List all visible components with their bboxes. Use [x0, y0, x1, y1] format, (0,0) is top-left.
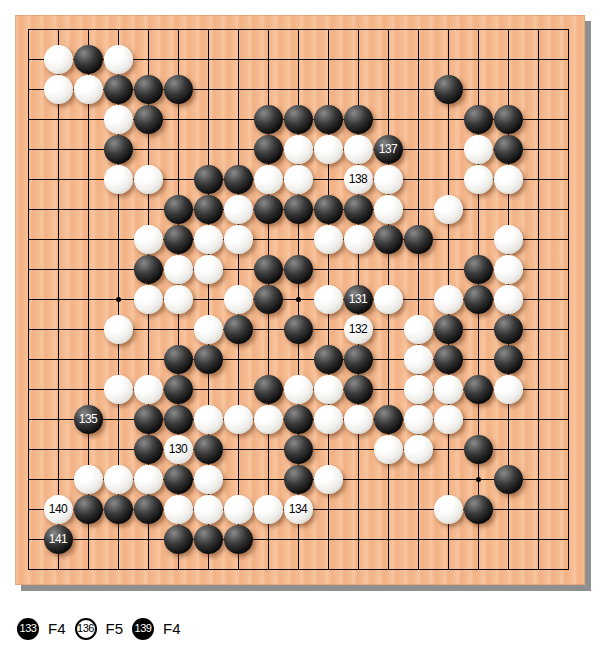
stone-black	[164, 375, 193, 404]
stone-black	[164, 225, 193, 254]
stone-white	[194, 255, 223, 284]
stone-white	[104, 45, 133, 74]
stone-white	[314, 465, 343, 494]
stone-white	[254, 165, 283, 194]
stone-black	[344, 195, 373, 224]
stone-black	[494, 135, 523, 164]
stone-black	[464, 105, 493, 134]
stone-black	[314, 195, 343, 224]
stone-black	[494, 315, 523, 344]
star-point	[476, 477, 481, 482]
stone-black	[254, 195, 283, 224]
stone-black	[434, 345, 463, 374]
caption-move-133: 133 F4	[17, 618, 66, 640]
stone-white-140: 140	[44, 495, 73, 524]
stone-black	[224, 315, 253, 344]
stone-white	[194, 315, 223, 344]
stone-black	[344, 345, 373, 374]
stone-black	[284, 105, 313, 134]
stone-black	[164, 195, 193, 224]
caption-coord: F5	[106, 620, 124, 637]
stone-white-138: 138	[344, 165, 373, 194]
stone-white	[284, 165, 313, 194]
stone-white	[254, 405, 283, 434]
star-point	[296, 297, 301, 302]
stone-black	[164, 465, 193, 494]
stone-black	[104, 495, 133, 524]
stone-black	[344, 105, 373, 134]
stone-black	[164, 345, 193, 374]
stone-white-134: 134	[284, 495, 313, 524]
stone-white	[494, 255, 523, 284]
stone-white	[44, 75, 73, 104]
page: { "game": "go", "board": { "size": 19, "…	[0, 0, 600, 659]
stone-white	[494, 285, 523, 314]
stone-white	[314, 135, 343, 164]
stone-white	[314, 405, 343, 434]
stone-white	[404, 315, 433, 344]
stone-white	[374, 285, 403, 314]
stone-white	[404, 375, 433, 404]
stone-black	[164, 525, 193, 554]
stone-black	[314, 345, 343, 374]
stone-black	[464, 285, 493, 314]
stone-white	[314, 375, 343, 404]
stone-black	[494, 105, 523, 134]
stone-black	[434, 75, 463, 104]
stone-white	[224, 495, 253, 524]
stone-white	[434, 495, 463, 524]
white-stone-icon: 136	[75, 618, 97, 640]
stone-black	[284, 255, 313, 284]
stone-white	[434, 405, 463, 434]
black-stone-icon: 133	[17, 618, 39, 640]
stone-black	[134, 405, 163, 434]
stone-black-135: 135	[74, 405, 103, 434]
stone-white	[404, 435, 433, 464]
stone-white	[494, 225, 523, 254]
stone-white	[104, 375, 133, 404]
stone-white	[134, 225, 163, 254]
stone-black	[134, 495, 163, 524]
stone-white	[134, 285, 163, 314]
stone-white	[404, 345, 433, 374]
stone-black	[344, 375, 373, 404]
stone-white-130: 130	[164, 435, 193, 464]
stone-black	[194, 435, 223, 464]
stone-white	[434, 375, 463, 404]
stone-black	[104, 135, 133, 164]
stone-white	[344, 225, 373, 254]
stone-white	[434, 285, 463, 314]
stone-white	[194, 405, 223, 434]
stone-white	[194, 225, 223, 254]
stone-white	[494, 165, 523, 194]
stone-white	[164, 255, 193, 284]
stone-black	[494, 345, 523, 374]
star-point	[116, 297, 121, 302]
go-board[interactable]: 137138131132135130140134141	[15, 15, 585, 585]
stone-white	[44, 45, 73, 74]
stone-white	[464, 165, 493, 194]
stone-white	[224, 195, 253, 224]
stone-white	[194, 465, 223, 494]
stone-black	[224, 525, 253, 554]
stone-white	[224, 225, 253, 254]
stone-black	[254, 105, 283, 134]
black-stone-icon: 139	[132, 618, 154, 640]
stone-black	[134, 75, 163, 104]
stone-black-137: 137	[374, 135, 403, 164]
stone-black	[194, 195, 223, 224]
stone-white	[314, 285, 343, 314]
stone-white	[134, 165, 163, 194]
stone-white	[464, 135, 493, 164]
stone-white	[374, 195, 403, 224]
stone-white	[284, 135, 313, 164]
stone-white	[194, 495, 223, 524]
stone-white	[104, 165, 133, 194]
stone-black	[284, 435, 313, 464]
stone-white	[344, 135, 373, 164]
caption-move-136: 136 F5	[75, 618, 124, 640]
stone-white	[104, 315, 133, 344]
stone-black	[284, 405, 313, 434]
stone-white	[134, 375, 163, 404]
stone-white	[374, 165, 403, 194]
stone-black	[194, 525, 223, 554]
stone-black	[74, 45, 103, 74]
stone-black	[374, 405, 403, 434]
stone-white	[134, 465, 163, 494]
stone-black	[164, 405, 193, 434]
stone-black-131: 131	[344, 285, 373, 314]
caption-coord: F4	[163, 620, 181, 637]
stone-black	[434, 315, 463, 344]
stone-white	[74, 465, 103, 494]
stone-black	[314, 105, 343, 134]
stone-black	[284, 315, 313, 344]
stone-white-132: 132	[344, 315, 373, 344]
stone-white	[374, 435, 403, 464]
stone-black	[464, 495, 493, 524]
caption-coord: F4	[48, 620, 66, 637]
stone-white	[314, 225, 343, 254]
stone-white	[74, 75, 103, 104]
stone-black	[224, 165, 253, 194]
stone-white	[224, 285, 253, 314]
stone-black	[164, 75, 193, 104]
stone-black	[374, 225, 403, 254]
stone-black	[134, 255, 163, 284]
stone-black	[194, 345, 223, 374]
stone-black	[254, 375, 283, 404]
move-caption: 133 F4 136 F5 139 F4	[17, 617, 181, 640]
stone-white	[104, 105, 133, 134]
stone-black-141: 141	[44, 525, 73, 554]
stone-black	[464, 255, 493, 284]
stone-black	[284, 465, 313, 494]
stone-black	[254, 255, 283, 284]
stone-black	[134, 105, 163, 134]
stone-black	[464, 435, 493, 464]
stone-black	[194, 165, 223, 194]
stone-white	[224, 405, 253, 434]
stone-black	[74, 495, 103, 524]
stone-black	[104, 75, 133, 104]
stone-white	[104, 465, 133, 494]
stone-white	[344, 405, 373, 434]
stone-black	[284, 195, 313, 224]
stone-black	[494, 465, 523, 494]
stone-black	[254, 285, 283, 314]
stone-black	[254, 135, 283, 164]
stone-white	[284, 375, 313, 404]
stone-white	[254, 495, 283, 524]
stone-white	[434, 195, 463, 224]
stone-black	[464, 375, 493, 404]
stone-white	[164, 285, 193, 314]
stone-white	[494, 375, 523, 404]
caption-move-139: 139 F4	[132, 618, 181, 640]
stone-white	[164, 495, 193, 524]
stone-black	[404, 225, 433, 254]
stone-black	[134, 435, 163, 464]
stone-white	[404, 405, 433, 434]
